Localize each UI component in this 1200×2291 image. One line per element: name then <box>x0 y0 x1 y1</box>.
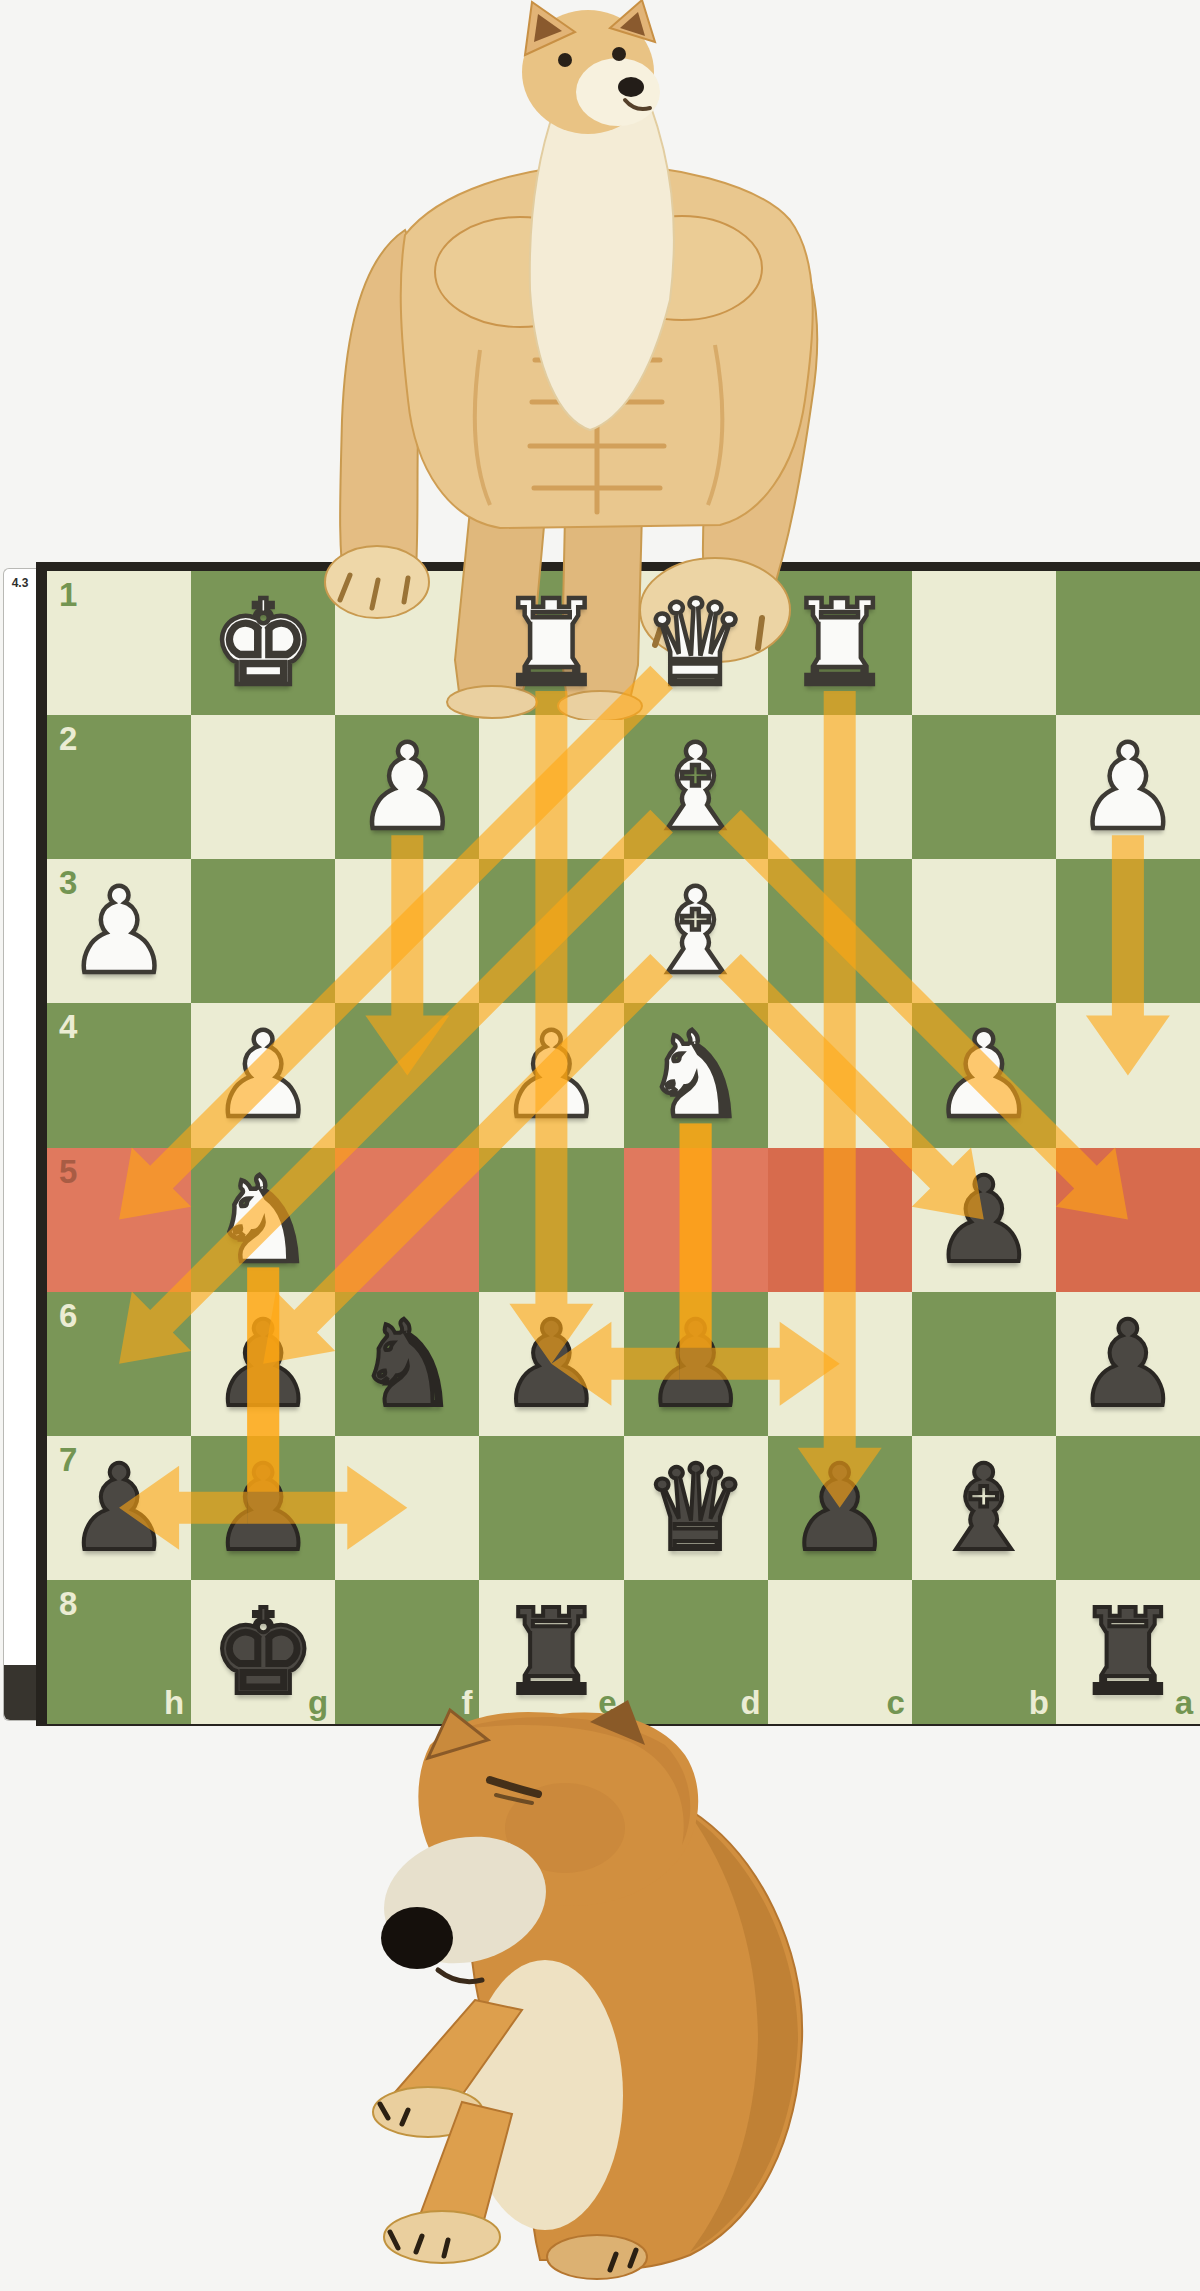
file-label-d: d <box>740 1684 760 1722</box>
piece-black-rook-e8[interactable]: ♜ <box>479 1580 623 1724</box>
evaluation-bar-black-segment <box>4 1665 36 1720</box>
piece-white-king-g1[interactable]: ♚ <box>191 571 335 715</box>
rank-label-2: 2 <box>59 720 77 758</box>
square-h2[interactable]: 2 <box>47 715 191 859</box>
square-c2[interactable] <box>768 715 912 859</box>
square-f5[interactable] <box>335 1148 479 1292</box>
piece-white-pawn-f2[interactable]: ♟ <box>335 715 479 859</box>
rank-label-1: 1 <box>59 576 77 614</box>
piece-white-pawn-h3[interactable]: ♟ <box>47 859 191 1003</box>
rank-label-4: 4 <box>59 1008 77 1046</box>
piece-black-queen-d7[interactable]: ♛ <box>624 1436 768 1580</box>
square-a1[interactable] <box>1056 571 1200 715</box>
piece-black-knight-f6[interactable]: ♞ <box>335 1292 479 1436</box>
piece-black-king-g8[interactable]: ♚ <box>191 1580 335 1724</box>
square-f1[interactable] <box>335 571 479 715</box>
square-g3[interactable] <box>191 859 335 1003</box>
piece-white-rook-e1[interactable]: ♜ <box>479 571 623 715</box>
file-label-f: f <box>461 1684 472 1722</box>
file-label-h: h <box>164 1684 184 1722</box>
piece-white-knight-d4[interactable]: ♞ <box>624 1003 768 1147</box>
square-a3[interactable] <box>1056 859 1200 1003</box>
piece-black-pawn-c7[interactable]: ♟ <box>768 1436 912 1580</box>
square-e5[interactable] <box>479 1148 623 1292</box>
piece-white-queen-d1[interactable]: ♛ <box>624 571 768 715</box>
square-d5[interactable] <box>624 1148 768 1292</box>
square-a5[interactable] <box>1056 1148 1200 1292</box>
piece-white-rook-c1[interactable]: ♜ <box>768 571 912 715</box>
piece-black-pawn-e6[interactable]: ♟ <box>479 1292 623 1436</box>
rank-label-6: 6 <box>59 1297 77 1335</box>
piece-white-knight-g5[interactable]: ♞ <box>191 1148 335 1292</box>
square-b1[interactable] <box>912 571 1056 715</box>
square-d8[interactable]: d <box>624 1580 768 1724</box>
square-b8[interactable]: b <box>912 1580 1056 1724</box>
piece-white-pawn-g4[interactable]: ♟ <box>191 1003 335 1147</box>
square-e2[interactable] <box>479 715 623 859</box>
piece-white-pawn-b4[interactable]: ♟ <box>912 1003 1056 1147</box>
square-f3[interactable] <box>335 859 479 1003</box>
square-b2[interactable] <box>912 715 1056 859</box>
square-c4[interactable] <box>768 1003 912 1147</box>
square-c8[interactable]: c <box>768 1580 912 1724</box>
piece-black-pawn-d6[interactable]: ♟ <box>624 1292 768 1436</box>
square-b3[interactable] <box>912 859 1056 1003</box>
piece-black-bishop-b7[interactable]: ♝ <box>912 1436 1056 1580</box>
piece-white-pawn-a2[interactable]: ♟ <box>1056 715 1200 859</box>
square-c6[interactable] <box>768 1292 912 1436</box>
evaluation-score: 4.3 <box>4 576 36 590</box>
square-g2[interactable] <box>191 715 335 859</box>
piece-black-pawn-a6[interactable]: ♟ <box>1056 1292 1200 1436</box>
square-e3[interactable] <box>479 859 623 1003</box>
square-h8[interactable]: 8h <box>47 1580 191 1724</box>
square-e7[interactable] <box>479 1436 623 1580</box>
square-h6[interactable]: 6 <box>47 1292 191 1436</box>
file-label-c: c <box>886 1684 904 1722</box>
piece-black-rook-a8[interactable]: ♜ <box>1056 1580 1200 1724</box>
piece-black-pawn-h7[interactable]: ♟ <box>47 1436 191 1580</box>
square-a7[interactable] <box>1056 1436 1200 1580</box>
piece-black-pawn-g6[interactable]: ♟ <box>191 1292 335 1436</box>
square-f7[interactable] <box>335 1436 479 1580</box>
piece-white-pawn-e4[interactable]: ♟ <box>479 1003 623 1147</box>
rank-label-5: 5 <box>59 1153 77 1191</box>
piece-black-pawn-g7[interactable]: ♟ <box>191 1436 335 1580</box>
square-h1[interactable]: 1 <box>47 571 191 715</box>
piece-white-bishop-d2[interactable]: ♝ <box>624 715 768 859</box>
evaluation-bar: 4.3 <box>3 568 36 1721</box>
square-h4[interactable]: 4 <box>47 1003 191 1147</box>
file-label-b: b <box>1029 1684 1049 1722</box>
square-c3[interactable] <box>768 859 912 1003</box>
square-f4[interactable] <box>335 1003 479 1147</box>
square-b6[interactable] <box>912 1292 1056 1436</box>
cheems-image <box>360 1700 830 2291</box>
square-a4[interactable] <box>1056 1003 1200 1147</box>
piece-white-bishop-d3[interactable]: ♝ <box>624 859 768 1003</box>
square-f8[interactable]: f <box>335 1580 479 1724</box>
piece-black-pawn-b5[interactable]: ♟ <box>912 1148 1056 1292</box>
square-h5[interactable]: 5 <box>47 1148 191 1292</box>
square-c5[interactable] <box>768 1148 912 1292</box>
rank-label-8: 8 <box>59 1585 77 1623</box>
